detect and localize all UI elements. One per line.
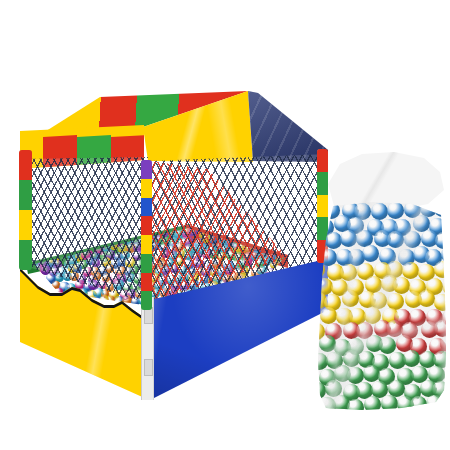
ball: [364, 396, 381, 413]
post-segment: [141, 216, 152, 235]
ball: [381, 395, 398, 412]
post-segment: [19, 150, 32, 180]
ball: [444, 367, 450, 384]
post-segment: [141, 254, 152, 273]
ball: [426, 395, 443, 412]
ball: [36, 275, 45, 284]
ball: [418, 290, 435, 307]
post-segment: [317, 149, 328, 172]
corner-post-left: [19, 150, 32, 270]
post-segment: [317, 195, 328, 218]
ball: [387, 231, 404, 248]
ball: [32, 272, 42, 282]
corner-post-center: [141, 160, 152, 310]
ball: [311, 353, 328, 370]
ball: [434, 261, 450, 278]
product-photo-stage: [0, 0, 450, 450]
roof-right-panel: [248, 91, 328, 163]
ball: [434, 200, 450, 217]
post-segment: [141, 160, 152, 179]
post-segment: [317, 172, 328, 195]
ball: [387, 202, 404, 219]
ball: [362, 245, 379, 262]
net-left-side: [22, 155, 148, 305]
post-segment: [141, 198, 152, 217]
ball: [402, 262, 419, 279]
ball: [410, 396, 427, 413]
ball: [363, 365, 380, 382]
ball: [444, 219, 450, 236]
ball: [342, 290, 359, 307]
post-segment: [141, 273, 152, 292]
ball: [371, 203, 388, 220]
post-segment: [141, 235, 152, 254]
ball: [347, 399, 364, 416]
post-segment: [19, 210, 32, 240]
ball: [340, 230, 357, 247]
post-segment: [141, 291, 152, 310]
ball: [435, 232, 450, 249]
ball: [403, 350, 420, 367]
post-segment: [141, 179, 152, 198]
ball: [434, 294, 450, 311]
corner-trim-strip: [141, 297, 154, 400]
ball: [443, 399, 450, 416]
ball: [320, 307, 337, 324]
ball-bag-body: [312, 200, 450, 412]
hinge-plate: [144, 359, 153, 376]
ball: [434, 320, 450, 337]
post-segment: [19, 240, 32, 270]
post-segment: [19, 180, 32, 210]
ball: [309, 382, 326, 399]
post-segment: [317, 217, 328, 240]
